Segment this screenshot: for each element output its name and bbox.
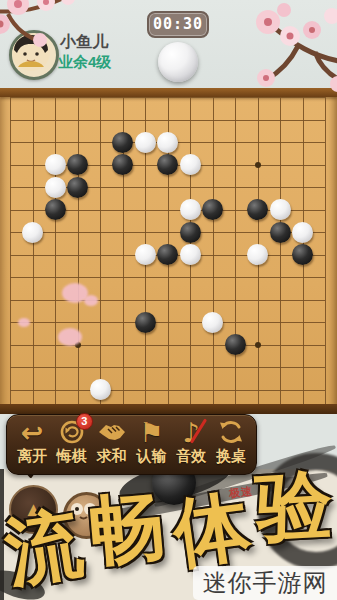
blossom-decoration-right [220, 0, 337, 92]
app-screen: 小鱼儿 业余4级 00:30 ↩ 离开 3 悔棋 [0, 0, 337, 600]
mascot-face [66, 495, 101, 530]
petal-decoration [18, 318, 30, 327]
petal-decoration [58, 328, 82, 346]
resign-button[interactable]: ⚑ 认输 [132, 417, 170, 472]
white-stone [202, 312, 223, 333]
white-stone [180, 244, 201, 265]
resign-label: 认输 [136, 447, 166, 466]
change-table-button[interactable]: 换桌 [212, 417, 250, 472]
black-stone [157, 154, 178, 175]
turn-indicator-stone [158, 42, 198, 82]
white-stone [180, 199, 201, 220]
grid-line [10, 345, 325, 346]
black-stone [112, 132, 133, 153]
black-stone [247, 199, 268, 220]
black-stone [67, 177, 88, 198]
undo-count-badge: 3 [76, 413, 93, 430]
grid-line [235, 97, 236, 412]
undo-label: 悔棋 [57, 447, 87, 466]
petal-decoration [84, 295, 98, 306]
draw-label: 求和 [97, 447, 127, 466]
grid-line [280, 97, 281, 412]
leave-button[interactable]: ↩ 离开 [13, 417, 51, 472]
star-point [255, 162, 261, 168]
white-stone [45, 154, 66, 175]
grid-line [10, 390, 325, 391]
sound-label: 音效 [176, 447, 206, 466]
white-stone [157, 132, 178, 153]
white-stone [22, 222, 43, 243]
draw-offer-button[interactable]: 求和 [93, 417, 131, 472]
watermark-text: 迷你手游网 [203, 567, 328, 599]
player-avatar[interactable] [9, 30, 59, 80]
black-stone [202, 199, 223, 220]
white-stone [180, 154, 201, 175]
grid-line [10, 367, 325, 368]
promo-mascot-icon [63, 492, 110, 539]
black-stone [135, 312, 156, 333]
stamp-text: 极速 [228, 484, 253, 501]
return-arrow-icon: ↩ [21, 419, 44, 446]
white-stone [135, 132, 156, 153]
ink-blob [0, 565, 48, 600]
promo-rank-icon: ▲ [9, 485, 58, 534]
black-stone [292, 244, 313, 265]
action-toolbar: ↩ 离开 3 悔棋 求和 ⚑ [6, 414, 257, 475]
black-stone [270, 222, 291, 243]
handshake-icon [98, 419, 126, 445]
black-stone [45, 199, 66, 220]
board-top-edge [0, 88, 337, 97]
black-stone [67, 154, 88, 175]
game-board[interactable] [0, 88, 337, 414]
avatar-face [12, 33, 50, 71]
star-point [255, 342, 261, 348]
black-stone [180, 222, 201, 243]
grid-line [213, 97, 214, 412]
grid-line [325, 97, 326, 412]
white-stone [45, 177, 66, 198]
black-stone [225, 334, 246, 355]
grid-line [10, 277, 325, 278]
white-stone [292, 222, 313, 243]
undo-button[interactable]: 3 悔棋 [53, 417, 91, 472]
change-table-label: 换桌 [216, 447, 246, 466]
watermark-band: 迷你手游网 [193, 566, 337, 600]
white-stone [90, 379, 111, 400]
black-stone [112, 154, 133, 175]
white-stone [247, 244, 268, 265]
grid-line [10, 300, 325, 301]
white-stone [135, 244, 156, 265]
player-rank: 业余4级 [58, 53, 111, 72]
surrender-flag-icon: ⚑ [139, 419, 163, 446]
player-name: 小鱼儿 [60, 32, 108, 53]
board-bottom-edge [0, 404, 337, 414]
black-stone [157, 244, 178, 265]
circular-arrows-icon [218, 419, 244, 445]
move-timer: 00:30 [147, 11, 209, 38]
sound-toggle-button[interactable]: ♪ 音效 [172, 417, 210, 472]
leave-label: 离开 [17, 447, 47, 466]
white-stone [270, 199, 291, 220]
grid-line [10, 322, 325, 323]
